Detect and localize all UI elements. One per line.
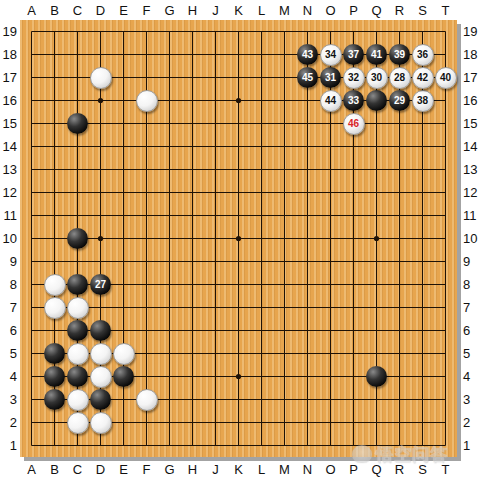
coordinate-label: M xyxy=(273,0,296,20)
stone-O16[interactable]: 44 xyxy=(320,90,342,112)
move-number: 46 xyxy=(348,119,359,129)
coordinate-label: 12 xyxy=(0,181,20,204)
coordinate-label: 15 xyxy=(0,112,20,135)
stone-N17[interactable]: 45 xyxy=(297,67,318,88)
coordinate-label: P xyxy=(342,459,365,479)
stone-Q4[interactable] xyxy=(366,366,387,387)
stone-R17[interactable]: 28 xyxy=(389,67,411,89)
coordinate-label: 2 xyxy=(0,411,20,434)
coordinate-label: 17 xyxy=(0,66,20,89)
stone-C15[interactable] xyxy=(67,113,88,134)
coordinate-label: C xyxy=(66,0,89,20)
move-number: 43 xyxy=(302,50,313,60)
move-number: 44 xyxy=(325,96,336,106)
coordinate-label: 19 xyxy=(461,20,482,43)
coordinate-label: G xyxy=(158,0,181,20)
stone-B3[interactable] xyxy=(44,389,65,410)
move-number: 40 xyxy=(440,73,451,83)
move-number: 42 xyxy=(417,73,428,83)
coordinate-label: G xyxy=(158,459,181,479)
top-coordinates: ABCDEFGHJKLMNOPQRST xyxy=(20,0,457,20)
move-number: 28 xyxy=(394,73,405,83)
coordinate-label: A xyxy=(20,459,43,479)
coordinate-label: S xyxy=(411,0,434,20)
coordinate-label: 14 xyxy=(461,135,482,158)
stone-D5[interactable] xyxy=(90,343,112,365)
coordinate-label: O xyxy=(319,459,342,479)
coordinate-label: R xyxy=(388,459,411,479)
right-coordinates: 19181716151413121110987654321 xyxy=(461,20,482,457)
coordinate-label: 19 xyxy=(0,20,20,43)
stone-C8[interactable] xyxy=(67,274,88,295)
coordinate-label: K xyxy=(227,0,250,20)
coordinate-label: L xyxy=(250,459,273,479)
move-number: 36 xyxy=(417,50,428,60)
coordinate-label: 11 xyxy=(0,204,20,227)
coordinate-label: 4 xyxy=(0,365,20,388)
coordinate-label: B xyxy=(43,459,66,479)
coordinate-label: F xyxy=(135,459,158,479)
coordinate-label: N xyxy=(296,459,319,479)
move-number: 31 xyxy=(325,73,336,83)
stone-S16[interactable]: 38 xyxy=(412,90,434,112)
coordinate-label: C xyxy=(66,459,89,479)
coordinate-label: 18 xyxy=(461,43,482,66)
coordinate-label: M xyxy=(273,459,296,479)
stone-S18[interactable]: 36 xyxy=(412,44,434,66)
stone-B4[interactable] xyxy=(44,366,65,387)
coordinate-label: J xyxy=(204,0,227,20)
coordinate-label: 6 xyxy=(461,319,482,342)
stone-C2[interactable] xyxy=(67,412,89,434)
coordinate-label: H xyxy=(181,459,204,479)
coordinate-label: 14 xyxy=(0,135,20,158)
stone-E5[interactable] xyxy=(113,343,135,365)
coordinate-label: 6 xyxy=(0,319,20,342)
stone-C3[interactable] xyxy=(67,389,89,411)
coordinate-label: P xyxy=(342,0,365,20)
stone-D6[interactable] xyxy=(90,320,111,341)
coordinate-label: 10 xyxy=(461,227,482,250)
move-number: 38 xyxy=(417,96,428,106)
coordinate-label: 10 xyxy=(0,227,20,250)
stone-O18[interactable]: 34 xyxy=(320,44,342,66)
coordinate-label: 8 xyxy=(461,273,482,296)
coordinate-label: K xyxy=(227,459,250,479)
move-number: 37 xyxy=(348,50,359,60)
coordinate-label: 12 xyxy=(461,181,482,204)
stone-B8[interactable] xyxy=(44,274,66,296)
stone-C5[interactable] xyxy=(67,343,89,365)
stone-C10[interactable] xyxy=(67,228,88,249)
coordinate-label: D xyxy=(89,459,112,479)
coordinate-label: 16 xyxy=(461,89,482,112)
coordinate-label: 4 xyxy=(461,365,482,388)
stone-C6[interactable] xyxy=(67,320,88,341)
coordinate-label: 2 xyxy=(461,411,482,434)
stone-P17[interactable]: 32 xyxy=(343,67,365,89)
stone-N18[interactable]: 43 xyxy=(297,44,318,65)
stone-O17[interactable]: 31 xyxy=(320,67,341,88)
coordinate-label: F xyxy=(135,0,158,20)
stone-R16[interactable]: 29 xyxy=(389,90,410,111)
left-coordinates: 19181716151413121110987654321 xyxy=(0,20,20,457)
coordinate-label: Q xyxy=(365,459,388,479)
coordinate-label: H xyxy=(181,0,204,20)
coordinate-label: 13 xyxy=(461,158,482,181)
coordinate-label: 7 xyxy=(461,296,482,319)
bottom-coordinates: ABCDEFGHJKLMNOPQRST xyxy=(20,459,457,479)
move-number: 39 xyxy=(394,50,405,60)
stone-F3[interactable] xyxy=(136,389,158,411)
stone-D3[interactable] xyxy=(90,389,111,410)
coordinate-label: A xyxy=(20,0,43,20)
move-number: 45 xyxy=(302,73,313,83)
coordinate-label: 7 xyxy=(0,296,20,319)
coordinate-label: 11 xyxy=(461,204,482,227)
coordinate-label: 17 xyxy=(461,66,482,89)
stone-Q18[interactable]: 41 xyxy=(366,44,387,65)
coordinate-label: 9 xyxy=(0,250,20,273)
stone-D17[interactable] xyxy=(90,67,112,89)
move-number: 27 xyxy=(95,280,106,290)
coordinate-label: 5 xyxy=(461,342,482,365)
coordinate-label: O xyxy=(319,0,342,20)
move-number: 33 xyxy=(348,96,359,106)
stone-Q17[interactable]: 30 xyxy=(366,67,388,89)
go-board[interactable]: 27282930313233343637383940414243444546 xyxy=(20,20,457,457)
stone-Q16[interactable] xyxy=(366,90,387,111)
stone-D8[interactable]: 27 xyxy=(90,274,111,295)
stone-P18[interactable]: 37 xyxy=(343,44,364,65)
coordinate-label: 8 xyxy=(0,273,20,296)
coordinate-label: 16 xyxy=(0,89,20,112)
stone-C7[interactable] xyxy=(67,297,89,319)
move-number: 30 xyxy=(371,73,382,83)
coordinate-label: 3 xyxy=(0,388,20,411)
coordinate-label: 1 xyxy=(0,434,20,457)
move-number: 29 xyxy=(394,96,405,106)
coordinate-label: B xyxy=(43,0,66,20)
stone-T17[interactable]: 40 xyxy=(435,67,457,89)
stone-S17[interactable]: 42 xyxy=(412,67,434,89)
coordinate-label: 3 xyxy=(461,388,482,411)
coordinate-label: R xyxy=(388,0,411,20)
stone-C4[interactable] xyxy=(67,366,88,387)
coordinate-label: J xyxy=(204,459,227,479)
coordinate-label: E xyxy=(112,0,135,20)
move-number: 34 xyxy=(325,50,336,60)
coordinate-label: L xyxy=(250,0,273,20)
coordinate-label: Q xyxy=(365,0,388,20)
page: ABCDEFGHJKLMNOPQRST 19181716151413121110… xyxy=(0,0,482,482)
coordinate-label: 18 xyxy=(0,43,20,66)
move-number: 32 xyxy=(348,73,359,83)
coordinate-label: N xyxy=(296,0,319,20)
coordinate-label: T xyxy=(434,459,457,479)
stone-E4[interactable] xyxy=(113,366,134,387)
stone-B7[interactable] xyxy=(44,297,66,319)
coordinate-label: 1 xyxy=(461,434,482,457)
coordinate-label: S xyxy=(411,459,434,479)
stone-P16[interactable]: 33 xyxy=(343,90,364,111)
coordinate-label: 9 xyxy=(461,250,482,273)
stone-R18[interactable]: 39 xyxy=(389,44,410,65)
coordinate-label: E xyxy=(112,459,135,479)
stone-F16[interactable] xyxy=(136,90,158,112)
stone-B5[interactable] xyxy=(44,343,65,364)
coordinate-label: 13 xyxy=(0,158,20,181)
coordinate-label: D xyxy=(89,0,112,20)
stone-D2[interactable] xyxy=(90,412,112,434)
stones-layer: 27282930313233343637383940414243444546 xyxy=(20,20,457,457)
coordinate-label: 5 xyxy=(0,342,20,365)
stone-P15[interactable]: 46 xyxy=(343,113,365,135)
stone-D4[interactable] xyxy=(90,366,112,388)
move-number: 41 xyxy=(371,50,382,60)
coordinate-label: 15 xyxy=(461,112,482,135)
coordinate-label: T xyxy=(434,0,457,20)
